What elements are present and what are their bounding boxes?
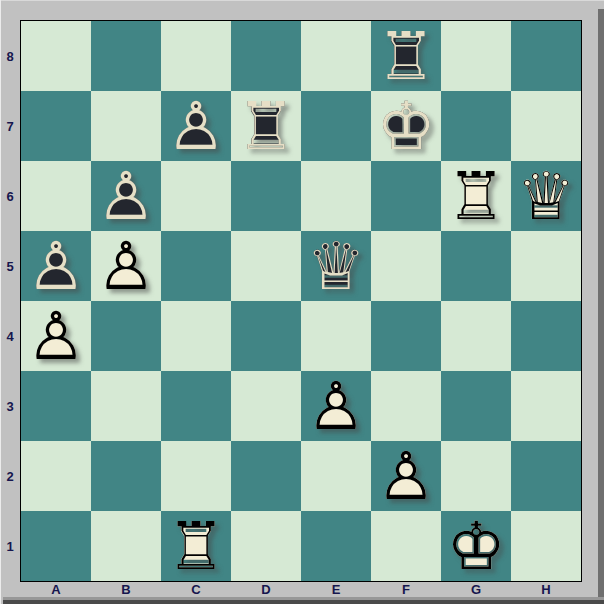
- piece-outline-glyph: ♙: [91, 162, 161, 232]
- piece-outline-glyph: ♙: [301, 372, 371, 442]
- square-h7[interactable]: [511, 91, 581, 161]
- square-c5[interactable]: [161, 231, 231, 301]
- square-d8[interactable]: [231, 21, 301, 91]
- square-d3[interactable]: [231, 371, 301, 441]
- piece-fill-glyph: ♜: [371, 22, 441, 92]
- piece-outline-glyph: ♙: [21, 232, 91, 302]
- square-e7[interactable]: [301, 91, 371, 161]
- file-label-e: E: [301, 582, 371, 598]
- piece-outline-glyph: ♕: [511, 162, 581, 232]
- square-e5[interactable]: ♛♕: [301, 231, 371, 301]
- rank-label-6: 6: [0, 161, 20, 231]
- square-h2[interactable]: [511, 441, 581, 511]
- square-c1[interactable]: ♜♖: [161, 511, 231, 581]
- piece-outline-glyph: ♖: [161, 512, 231, 582]
- square-b8[interactable]: [91, 21, 161, 91]
- file-label-d: D: [231, 582, 301, 598]
- file-label-h: H: [511, 582, 581, 598]
- file-labels: ABCDEFGH: [21, 582, 581, 598]
- piece-fill-glyph: ♚: [441, 512, 511, 582]
- square-g4[interactable]: [441, 301, 511, 371]
- black-pawn: ♟♙: [161, 91, 231, 161]
- square-g6[interactable]: ♜♖: [441, 161, 511, 231]
- square-d7[interactable]: ♜♖: [231, 91, 301, 161]
- square-e2[interactable]: [301, 441, 371, 511]
- white-queen: ♛♕: [511, 161, 581, 231]
- square-f7[interactable]: ♚♔: [371, 91, 441, 161]
- chess-board-frame: 87654321 ♜♖♟♙♜♖♚♔♟♙♜♖♛♕♟♙♟♙♛♕♟♙♟♙♟♙♜♖♚♔ …: [0, 0, 604, 604]
- white-pawn: ♟♙: [91, 231, 161, 301]
- white-pawn: ♟♙: [21, 301, 91, 371]
- square-b5[interactable]: ♟♙: [91, 231, 161, 301]
- piece-fill-glyph: ♟: [21, 302, 91, 372]
- square-e4[interactable]: [301, 301, 371, 371]
- rank-label-7: 7: [0, 91, 20, 161]
- square-f2[interactable]: ♟♙: [371, 441, 441, 511]
- piece-outline-glyph: ♔: [371, 92, 441, 162]
- square-f6[interactable]: [371, 161, 441, 231]
- square-a2[interactable]: [21, 441, 91, 511]
- black-pawn: ♟♙: [21, 231, 91, 301]
- black-king: ♚♔: [371, 91, 441, 161]
- square-a8[interactable]: [21, 21, 91, 91]
- white-pawn: ♟♙: [371, 441, 441, 511]
- square-f5[interactable]: [371, 231, 441, 301]
- white-rook: ♜♖: [161, 511, 231, 581]
- square-g2[interactable]: [441, 441, 511, 511]
- square-e1[interactable]: [301, 511, 371, 581]
- square-g7[interactable]: [441, 91, 511, 161]
- rank-label-4: 4: [0, 301, 20, 371]
- piece-outline-glyph: ♖: [441, 162, 511, 232]
- square-a5[interactable]: ♟♙: [21, 231, 91, 301]
- square-b6[interactable]: ♟♙: [91, 161, 161, 231]
- piece-fill-glyph: ♚: [371, 92, 441, 162]
- piece-fill-glyph: ♟: [371, 442, 441, 512]
- white-pawn: ♟♙: [301, 371, 371, 441]
- black-pawn: ♟♙: [91, 161, 161, 231]
- rank-label-8: 8: [0, 21, 20, 91]
- piece-fill-glyph: ♜: [231, 92, 301, 162]
- square-h4[interactable]: [511, 301, 581, 371]
- square-e8[interactable]: [301, 21, 371, 91]
- file-label-c: C: [161, 582, 231, 598]
- square-f1[interactable]: [371, 511, 441, 581]
- piece-fill-glyph: ♟: [91, 162, 161, 232]
- square-a3[interactable]: [21, 371, 91, 441]
- rank-label-3: 3: [0, 371, 20, 441]
- square-c3[interactable]: [161, 371, 231, 441]
- square-d1[interactable]: [231, 511, 301, 581]
- chess-board: ♜♖♟♙♜♖♚♔♟♙♜♖♛♕♟♙♟♙♛♕♟♙♟♙♟♙♜♖♚♔: [20, 20, 582, 582]
- piece-outline-glyph: ♕: [301, 232, 371, 302]
- square-e6[interactable]: [301, 161, 371, 231]
- square-c6[interactable]: [161, 161, 231, 231]
- piece-fill-glyph: ♟: [21, 232, 91, 302]
- white-king: ♚♔: [441, 511, 511, 581]
- square-f8[interactable]: ♜♖: [371, 21, 441, 91]
- square-g3[interactable]: [441, 371, 511, 441]
- square-b1[interactable]: [91, 511, 161, 581]
- piece-fill-glyph: ♛: [301, 232, 371, 302]
- square-d4[interactable]: [231, 301, 301, 371]
- black-rook: ♜♖: [371, 21, 441, 91]
- square-f4[interactable]: [371, 301, 441, 371]
- piece-fill-glyph: ♛: [511, 162, 581, 232]
- square-e3[interactable]: ♟♙: [301, 371, 371, 441]
- rank-label-1: 1: [0, 511, 20, 581]
- file-label-g: G: [441, 582, 511, 598]
- file-label-f: F: [371, 582, 441, 598]
- square-h3[interactable]: [511, 371, 581, 441]
- square-b4[interactable]: [91, 301, 161, 371]
- square-d2[interactable]: [231, 441, 301, 511]
- piece-fill-glyph: ♟: [161, 92, 231, 162]
- square-b7[interactable]: [91, 91, 161, 161]
- piece-outline-glyph: ♙: [161, 92, 231, 162]
- piece-outline-glyph: ♙: [21, 302, 91, 372]
- file-label-a: A: [21, 582, 91, 598]
- piece-outline-glyph: ♔: [441, 512, 511, 582]
- square-h8[interactable]: [511, 21, 581, 91]
- square-b3[interactable]: [91, 371, 161, 441]
- piece-outline-glyph: ♙: [371, 442, 441, 512]
- square-a1[interactable]: [21, 511, 91, 581]
- white-rook: ♜♖: [441, 161, 511, 231]
- square-a4[interactable]: ♟♙: [21, 301, 91, 371]
- piece-fill-glyph: ♟: [91, 232, 161, 302]
- square-d5[interactable]: [231, 231, 301, 301]
- square-h6[interactable]: ♛♕: [511, 161, 581, 231]
- square-b2[interactable]: [91, 441, 161, 511]
- rank-label-5: 5: [0, 231, 20, 301]
- piece-fill-glyph: ♜: [441, 162, 511, 232]
- square-c8[interactable]: [161, 21, 231, 91]
- file-label-b: B: [91, 582, 161, 598]
- square-g8[interactable]: [441, 21, 511, 91]
- square-g1[interactable]: ♚♔: [441, 511, 511, 581]
- square-d6[interactable]: [231, 161, 301, 231]
- piece-outline-glyph: ♙: [91, 232, 161, 302]
- black-rook: ♜♖: [231, 91, 301, 161]
- square-f3[interactable]: [371, 371, 441, 441]
- piece-outline-glyph: ♖: [231, 92, 301, 162]
- black-queen: ♛♕: [301, 231, 371, 301]
- square-c7[interactable]: ♟♙: [161, 91, 231, 161]
- square-h5[interactable]: [511, 231, 581, 301]
- piece-outline-glyph: ♖: [371, 22, 441, 92]
- rank-labels: 87654321: [0, 21, 20, 581]
- square-h1[interactable]: [511, 511, 581, 581]
- rank-label-2: 2: [0, 441, 20, 511]
- square-a7[interactable]: [21, 91, 91, 161]
- square-g5[interactable]: [441, 231, 511, 301]
- piece-fill-glyph: ♜: [161, 512, 231, 582]
- square-c4[interactable]: [161, 301, 231, 371]
- square-a6[interactable]: [21, 161, 91, 231]
- piece-fill-glyph: ♟: [301, 372, 371, 442]
- square-c2[interactable]: [161, 441, 231, 511]
